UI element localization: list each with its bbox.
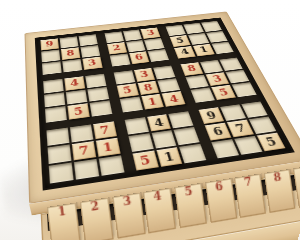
tile-5-r6c8: 5 [212, 85, 237, 100]
tray-stack-3: 3 [112, 193, 145, 239]
cell-r9c8 [235, 136, 263, 155]
cell-r3c9 [212, 42, 234, 54]
tray-stack-4: 4 [143, 188, 176, 234]
tile-5-r9c4: 5 [132, 151, 158, 171]
tile-5-r2c7: 5 [170, 35, 191, 47]
cell-r5c7 [186, 74, 209, 88]
tile-7-r8c8: 7 [227, 120, 254, 138]
cell-r4c4 [113, 70, 135, 84]
tile-2-r2c4: 2 [107, 42, 127, 54]
cell-r7c4 [124, 117, 148, 134]
cell-r2c3 [80, 45, 100, 57]
cell-r1c4 [104, 31, 123, 43]
product-photo-sudoku-board: 93825364143858351457497167515 123456789 [0, 0, 300, 240]
cell-r5c9 [225, 70, 249, 84]
tile-3-r3c3: 3 [82, 57, 102, 70]
cell-r5c6 [158, 78, 181, 93]
tray-stack-5: 5 [174, 183, 206, 228]
cell-r3c4 [109, 53, 130, 66]
tile-1-r9c5: 1 [156, 147, 183, 167]
tray-stack-7: 7 [235, 174, 267, 218]
tile-3-r1c6: 3 [141, 27, 161, 38]
tile-6-r8c7: 6 [205, 123, 232, 141]
cell-r6c9 [232, 82, 257, 97]
cell-r6c7 [191, 88, 215, 103]
cell-r1c7 [166, 25, 186, 36]
cell-r2c5 [126, 40, 146, 52]
tile-4-r7c5: 4 [147, 114, 172, 131]
cell-r3c2 [62, 59, 82, 72]
tile-8-r4c7: 8 [181, 62, 204, 75]
tile-1-r6c5: 1 [141, 94, 164, 110]
cell-r9c7 [212, 139, 240, 158]
cell-r5c3 [87, 87, 109, 102]
cell-r9c2 [74, 159, 99, 180]
cell-r7c2 [70, 125, 93, 143]
cell-r7c8 [220, 105, 246, 121]
cell-r7c9 [242, 102, 268, 118]
tile-8-r2c2: 8 [61, 47, 80, 60]
tile-4-r4c2: 4 [64, 76, 85, 90]
tile-6-r3c5: 6 [129, 51, 150, 64]
cell-r5c2 [66, 89, 87, 104]
tray-stack-8: 8 [264, 169, 295, 213]
cell-r8c6 [174, 127, 200, 145]
cell-r1c2 [60, 36, 79, 48]
tile-1-r3c8: 1 [193, 44, 215, 56]
tile-9-r1c1: 9 [40, 38, 58, 50]
cell-r8c4 [128, 133, 153, 152]
tray-stack-6: 6 [205, 178, 237, 223]
cell-r2c8 [188, 33, 209, 45]
cell-r8c1 [48, 145, 72, 164]
cell-r4c9 [219, 57, 242, 70]
cell-r4c1 [43, 79, 63, 94]
tile-7-r8c2: 7 [72, 141, 96, 160]
tray-stack-2: 2 [80, 198, 114, 240]
cell-r4c6 [153, 65, 175, 79]
cell-r1c9 [201, 21, 222, 32]
tile-9-r7c7: 9 [199, 107, 225, 124]
cell-r3c6 [148, 49, 169, 62]
cell-r3c1 [42, 61, 61, 74]
cell-r7c6 [169, 111, 194, 128]
cell-r6c3 [89, 101, 112, 117]
cell-r6c1 [45, 106, 67, 123]
sudoku-board: 93825364143858351457497167515 123456789 [25, 12, 300, 204]
cell-r2c1 [41, 49, 60, 62]
tray-stack-1: 1 [47, 203, 81, 240]
cell-r9c6 [180, 144, 207, 163]
tile-4-r6c6: 4 [162, 91, 186, 106]
cell-r6c4 [120, 97, 143, 113]
tile-4-r3c7: 4 [174, 46, 196, 58]
cell-r1c3 [78, 34, 97, 46]
tile-7-r7c3: 7 [93, 122, 117, 140]
tile-8-r5c5: 8 [137, 81, 160, 96]
tile-3-r4c5: 3 [133, 68, 155, 82]
cell-r1c8 [184, 23, 204, 34]
tile-1-r8c3: 1 [96, 138, 121, 157]
cell-r8c9 [249, 117, 276, 134]
sudoku-grid: 93825364143858351457497167515 [37, 19, 292, 189]
cell-r2c9 [206, 31, 227, 43]
tile-5-r5c4: 5 [116, 83, 138, 98]
cell-r7c1 [46, 128, 69, 146]
cell-r5c1 [44, 92, 65, 108]
cell-r8c5 [151, 130, 177, 148]
cell-r2c6 [144, 38, 164, 50]
tile-5-r6c2: 5 [67, 104, 89, 120]
cell-r9c1 [49, 163, 74, 184]
cell-r9c3 [99, 155, 125, 175]
cell-r4c3 [85, 74, 106, 88]
cell-r1c5 [123, 29, 143, 40]
tile-5-r9c9: 5 [257, 133, 285, 152]
